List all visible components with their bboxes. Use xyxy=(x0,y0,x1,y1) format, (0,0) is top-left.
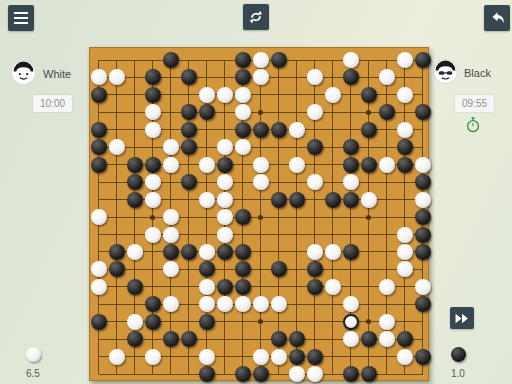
white-stone xyxy=(217,192,233,208)
black-stone xyxy=(415,174,431,190)
white-stone xyxy=(109,349,125,365)
white-stone xyxy=(145,174,161,190)
black-stone xyxy=(145,157,161,173)
white-stone xyxy=(253,52,269,68)
white-stone xyxy=(91,69,107,85)
white-stone xyxy=(289,157,305,173)
black-stone xyxy=(217,157,233,173)
white-stone xyxy=(145,192,161,208)
white-stone xyxy=(307,244,323,260)
black-stone xyxy=(307,261,323,277)
white-stone xyxy=(217,209,233,225)
grid-line-vertical xyxy=(404,60,405,374)
black-stone xyxy=(361,87,377,103)
white-stone xyxy=(325,279,341,295)
black-stone xyxy=(415,209,431,225)
white-stone xyxy=(271,296,287,312)
black-stone xyxy=(199,104,215,120)
black-stone xyxy=(127,331,143,347)
white-stone xyxy=(289,122,305,138)
white-stone xyxy=(253,296,269,312)
white-stone xyxy=(397,349,413,365)
black-stone xyxy=(343,192,359,208)
white-stone xyxy=(217,139,233,155)
white-stone xyxy=(235,104,251,120)
black-stone xyxy=(199,314,215,330)
white-stone xyxy=(397,87,413,103)
star-point xyxy=(258,110,263,115)
white-stone xyxy=(199,349,215,365)
white-stone xyxy=(163,227,179,243)
white-stone xyxy=(307,69,323,85)
white-stone xyxy=(199,296,215,312)
white-stone xyxy=(235,139,251,155)
black-stone xyxy=(361,331,377,347)
white-stone xyxy=(397,52,413,68)
black-stone xyxy=(109,261,125,277)
white-stone xyxy=(415,279,431,295)
white-stone xyxy=(91,261,107,277)
black-stone xyxy=(181,331,197,347)
black-stone xyxy=(181,174,197,190)
black-stone xyxy=(235,52,251,68)
white-stone xyxy=(127,314,143,330)
white-player-avatar xyxy=(11,60,36,85)
black-stone xyxy=(235,244,251,260)
undo-icon xyxy=(489,10,506,27)
star-point xyxy=(258,215,263,220)
black-stone xyxy=(415,227,431,243)
black-stone xyxy=(343,69,359,85)
white-stone xyxy=(163,209,179,225)
black-stone xyxy=(397,157,413,173)
black-stone xyxy=(217,244,233,260)
white-stone xyxy=(289,366,305,382)
grid-line-horizontal xyxy=(99,251,423,252)
black-stone xyxy=(361,366,377,382)
black-stone xyxy=(163,331,179,347)
black-stone xyxy=(415,104,431,120)
black-stone xyxy=(307,279,323,295)
white-stone xyxy=(199,279,215,295)
white-stone xyxy=(199,192,215,208)
white-stone xyxy=(217,227,233,243)
black-stone xyxy=(343,366,359,382)
black-stone xyxy=(379,104,395,120)
white-stone xyxy=(415,157,431,173)
black-stone xyxy=(217,279,233,295)
white-stone xyxy=(163,296,179,312)
black-stone xyxy=(235,279,251,295)
white-stone xyxy=(145,349,161,365)
white-stone xyxy=(145,122,161,138)
black-stone xyxy=(343,139,359,155)
black-stone xyxy=(361,157,377,173)
white-stone xyxy=(217,174,233,190)
white-stone xyxy=(199,157,215,173)
white-stone xyxy=(91,279,107,295)
white-stone xyxy=(397,261,413,277)
undo-button[interactable] xyxy=(484,5,510,31)
star-point xyxy=(366,110,371,115)
white-stone xyxy=(145,104,161,120)
white-stone xyxy=(379,314,395,330)
black-stone xyxy=(127,157,143,173)
white-stone xyxy=(379,279,395,295)
captures-black-stone xyxy=(451,347,466,362)
white-stone xyxy=(217,296,233,312)
white-player-clock: 10:00 xyxy=(33,95,72,112)
black-stone xyxy=(235,122,251,138)
black-stone xyxy=(91,314,107,330)
black-stone xyxy=(181,104,197,120)
black-stone xyxy=(235,209,251,225)
grid-line-vertical xyxy=(296,60,297,374)
black-stone xyxy=(397,139,413,155)
black-stone xyxy=(127,279,143,295)
white-stone xyxy=(199,244,215,260)
black-stone xyxy=(253,122,269,138)
white-stone xyxy=(253,157,269,173)
black-stone xyxy=(307,349,323,365)
black-stone xyxy=(289,192,305,208)
grid-line-horizontal xyxy=(99,269,423,270)
white-stone-last-move xyxy=(343,314,359,330)
white-stone xyxy=(379,69,395,85)
black-stone xyxy=(199,261,215,277)
black-stone xyxy=(343,157,359,173)
white-stone xyxy=(307,104,323,120)
black-stone xyxy=(199,366,215,382)
white-stone xyxy=(271,349,287,365)
white-player-name: White xyxy=(43,68,71,80)
black-stone xyxy=(181,244,197,260)
white-stone xyxy=(163,139,179,155)
komi-white-stone xyxy=(26,347,41,362)
grid-line-vertical xyxy=(332,60,333,374)
white-stone xyxy=(415,192,431,208)
black-stone xyxy=(145,314,161,330)
black-stone xyxy=(415,244,431,260)
captures-value: 1.0 xyxy=(451,368,465,379)
black-stone xyxy=(163,52,179,68)
black-stone xyxy=(145,69,161,85)
star-point xyxy=(366,215,371,220)
white-stone xyxy=(397,122,413,138)
white-stone xyxy=(109,139,125,155)
fast-forward-button[interactable] xyxy=(450,307,474,329)
black-stone xyxy=(307,139,323,155)
black-stone xyxy=(127,174,143,190)
white-stone xyxy=(361,192,377,208)
go-app-screen: { "game": "go", "board": { "size": 19, "… xyxy=(0,0,512,384)
black-stone xyxy=(397,331,413,347)
black-stone xyxy=(271,52,287,68)
black-stone xyxy=(271,331,287,347)
black-stone xyxy=(271,192,287,208)
black-stone xyxy=(271,122,287,138)
fast-forward-icon xyxy=(455,313,469,324)
black-stone xyxy=(361,122,377,138)
star-point xyxy=(366,319,371,324)
white-stone xyxy=(253,69,269,85)
black-stone xyxy=(235,69,251,85)
white-stone xyxy=(325,244,341,260)
white-stone xyxy=(343,52,359,68)
black-player-avatar xyxy=(433,59,458,84)
black-stone xyxy=(415,296,431,312)
black-stone xyxy=(109,244,125,260)
white-stone xyxy=(127,244,143,260)
white-stone xyxy=(235,87,251,103)
black-stone xyxy=(235,366,251,382)
black-player-clock: 09:55 xyxy=(455,95,494,112)
black-stone xyxy=(91,87,107,103)
white-stone xyxy=(145,227,161,243)
white-stone xyxy=(163,261,179,277)
white-stone xyxy=(343,331,359,347)
white-stone xyxy=(199,87,215,103)
white-stone xyxy=(91,209,107,225)
black-stone xyxy=(127,192,143,208)
white-stone xyxy=(307,174,323,190)
active-timer-stopwatch-icon xyxy=(466,117,480,133)
white-stone xyxy=(163,157,179,173)
white-stone xyxy=(253,174,269,190)
white-stone xyxy=(397,227,413,243)
white-stone xyxy=(343,174,359,190)
komi-value: 6.5 xyxy=(26,368,40,379)
white-stone xyxy=(379,331,395,347)
white-stone xyxy=(235,296,251,312)
white-stone xyxy=(307,366,323,382)
refresh-button[interactable] xyxy=(243,4,269,30)
black-stone xyxy=(415,52,431,68)
black-stone xyxy=(163,244,179,260)
white-stone xyxy=(397,244,413,260)
white-stone xyxy=(253,349,269,365)
grid-line-horizontal xyxy=(99,286,423,287)
white-stone xyxy=(325,87,341,103)
black-stone xyxy=(91,139,107,155)
star-point xyxy=(150,215,155,220)
black-stone xyxy=(235,261,251,277)
refresh-icon xyxy=(248,9,264,25)
black-stone xyxy=(145,296,161,312)
hamburger-icon xyxy=(14,17,28,19)
white-stone xyxy=(343,296,359,312)
black-stone xyxy=(289,349,305,365)
star-point xyxy=(258,319,263,324)
black-stone xyxy=(91,122,107,138)
black-stone xyxy=(415,349,431,365)
black-stone xyxy=(181,122,197,138)
white-stone xyxy=(379,157,395,173)
black-stone xyxy=(145,87,161,103)
black-player-name: Black xyxy=(464,67,491,79)
menu-button[interactable] xyxy=(8,5,34,31)
black-stone xyxy=(253,366,269,382)
black-stone xyxy=(181,139,197,155)
black-stone xyxy=(271,261,287,277)
black-stone xyxy=(289,331,305,347)
black-stone xyxy=(181,69,197,85)
black-stone xyxy=(343,244,359,260)
black-stone xyxy=(325,192,341,208)
white-stone xyxy=(109,69,125,85)
white-stone xyxy=(217,87,233,103)
grid-line-vertical xyxy=(278,60,279,374)
black-stone xyxy=(91,157,107,173)
go-board[interactable] xyxy=(89,47,429,381)
